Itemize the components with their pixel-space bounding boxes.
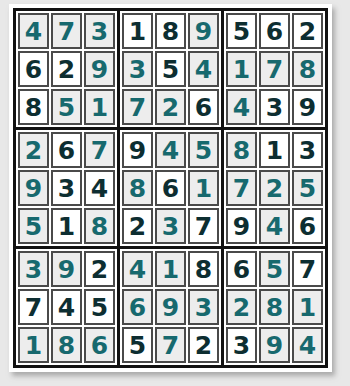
cell-r3c3[interactable]: 1 bbox=[84, 89, 115, 125]
cell-r9c4[interactable]: 5 bbox=[122, 327, 153, 363]
cell-r2c3[interactable]: 9 bbox=[84, 51, 115, 87]
cell-r8c7[interactable]: 2 bbox=[226, 289, 257, 325]
cell-r7c6[interactable]: 8 bbox=[188, 251, 219, 287]
cell-r6c2[interactable]: 1 bbox=[51, 208, 82, 244]
cell-r7c8[interactable]: 5 bbox=[259, 251, 290, 287]
box-3-3: 657281394 bbox=[224, 249, 325, 365]
sudoku-sheet: 4736298511893547265621784392679345189458… bbox=[9, 4, 332, 372]
cell-r9c6[interactable]: 2 bbox=[188, 327, 219, 363]
cell-r7c7[interactable]: 6 bbox=[226, 251, 257, 287]
cell-r1c5[interactable]: 8 bbox=[155, 13, 186, 49]
cell-r4c1[interactable]: 2 bbox=[18, 132, 49, 168]
box-2-2: 945861237 bbox=[120, 130, 221, 246]
cell-r7c9[interactable]: 7 bbox=[292, 251, 323, 287]
cell-r9c2[interactable]: 8 bbox=[51, 327, 82, 363]
box-2-3: 813725946 bbox=[224, 130, 325, 246]
cell-r5c3[interactable]: 4 bbox=[84, 170, 115, 206]
box-1-3: 562178439 bbox=[224, 11, 325, 127]
cell-r1c3[interactable]: 3 bbox=[84, 13, 115, 49]
cell-r9c3[interactable]: 6 bbox=[84, 327, 115, 363]
cell-r3c1[interactable]: 8 bbox=[18, 89, 49, 125]
cell-r7c4[interactable]: 4 bbox=[122, 251, 153, 287]
cell-r6c4[interactable]: 2 bbox=[122, 208, 153, 244]
cell-r4c4[interactable]: 9 bbox=[122, 132, 153, 168]
box-3-1: 392745186 bbox=[16, 249, 117, 365]
cell-r5c5[interactable]: 6 bbox=[155, 170, 186, 206]
cell-r9c7[interactable]: 3 bbox=[226, 327, 257, 363]
cell-r7c1[interactable]: 3 bbox=[18, 251, 49, 287]
cell-r3c9[interactable]: 9 bbox=[292, 89, 323, 125]
cell-r9c9[interactable]: 4 bbox=[292, 327, 323, 363]
cell-r4c6[interactable]: 5 bbox=[188, 132, 219, 168]
cell-r6c3[interactable]: 8 bbox=[84, 208, 115, 244]
cell-r1c8[interactable]: 6 bbox=[259, 13, 290, 49]
cell-r8c8[interactable]: 8 bbox=[259, 289, 290, 325]
cell-r4c5[interactable]: 4 bbox=[155, 132, 186, 168]
cell-r1c9[interactable]: 2 bbox=[292, 13, 323, 49]
cell-r3c4[interactable]: 7 bbox=[122, 89, 153, 125]
cell-r9c1[interactable]: 1 bbox=[18, 327, 49, 363]
cell-r2c5[interactable]: 5 bbox=[155, 51, 186, 87]
cell-r7c2[interactable]: 9 bbox=[51, 251, 82, 287]
cell-r2c9[interactable]: 8 bbox=[292, 51, 323, 87]
cell-r5c6[interactable]: 1 bbox=[188, 170, 219, 206]
cell-r1c1[interactable]: 4 bbox=[18, 13, 49, 49]
cell-r3c2[interactable]: 5 bbox=[51, 89, 82, 125]
cell-r9c5[interactable]: 7 bbox=[155, 327, 186, 363]
cell-r1c2[interactable]: 7 bbox=[51, 13, 82, 49]
cell-r4c7[interactable]: 8 bbox=[226, 132, 257, 168]
cell-r1c4[interactable]: 1 bbox=[122, 13, 153, 49]
cell-r3c5[interactable]: 2 bbox=[155, 89, 186, 125]
box-3-2: 418693572 bbox=[120, 249, 221, 365]
cell-r1c7[interactable]: 5 bbox=[226, 13, 257, 49]
cell-r6c6[interactable]: 7 bbox=[188, 208, 219, 244]
cell-r1c6[interactable]: 9 bbox=[188, 13, 219, 49]
cell-r7c3[interactable]: 2 bbox=[84, 251, 115, 287]
cell-r5c9[interactable]: 5 bbox=[292, 170, 323, 206]
cell-r6c8[interactable]: 4 bbox=[259, 208, 290, 244]
cell-r3c7[interactable]: 4 bbox=[226, 89, 257, 125]
cell-r4c3[interactable]: 7 bbox=[84, 132, 115, 168]
box-1-2: 189354726 bbox=[120, 11, 221, 127]
box-1-1: 473629851 bbox=[16, 11, 117, 127]
cell-r4c2[interactable]: 6 bbox=[51, 132, 82, 168]
box-2-1: 267934518 bbox=[16, 130, 117, 246]
sudoku-board: 4736298511893547265621784392679345189458… bbox=[13, 8, 328, 368]
cell-r5c2[interactable]: 3 bbox=[51, 170, 82, 206]
cell-r3c6[interactable]: 6 bbox=[188, 89, 219, 125]
cell-r2c7[interactable]: 1 bbox=[226, 51, 257, 87]
cell-r7c5[interactable]: 1 bbox=[155, 251, 186, 287]
cell-r8c4[interactable]: 6 bbox=[122, 289, 153, 325]
cell-r8c5[interactable]: 9 bbox=[155, 289, 186, 325]
cell-r4c9[interactable]: 3 bbox=[292, 132, 323, 168]
cell-r5c4[interactable]: 8 bbox=[122, 170, 153, 206]
cell-r5c8[interactable]: 2 bbox=[259, 170, 290, 206]
cell-r8c1[interactable]: 7 bbox=[18, 289, 49, 325]
cell-r2c1[interactable]: 6 bbox=[18, 51, 49, 87]
cell-r2c2[interactable]: 2 bbox=[51, 51, 82, 87]
cell-r3c8[interactable]: 3 bbox=[259, 89, 290, 125]
cell-r2c6[interactable]: 4 bbox=[188, 51, 219, 87]
cell-r8c2[interactable]: 4 bbox=[51, 289, 82, 325]
cell-r9c8[interactable]: 9 bbox=[259, 327, 290, 363]
cell-r4c8[interactable]: 1 bbox=[259, 132, 290, 168]
cell-r8c3[interactable]: 5 bbox=[84, 289, 115, 325]
cell-r5c1[interactable]: 9 bbox=[18, 170, 49, 206]
cell-r6c7[interactable]: 9 bbox=[226, 208, 257, 244]
cell-r6c5[interactable]: 3 bbox=[155, 208, 186, 244]
cell-r6c9[interactable]: 6 bbox=[292, 208, 323, 244]
cell-r8c9[interactable]: 1 bbox=[292, 289, 323, 325]
cell-r5c7[interactable]: 7 bbox=[226, 170, 257, 206]
cell-r2c8[interactable]: 7 bbox=[259, 51, 290, 87]
cell-r6c1[interactable]: 5 bbox=[18, 208, 49, 244]
cell-r2c4[interactable]: 3 bbox=[122, 51, 153, 87]
cell-r8c6[interactable]: 3 bbox=[188, 289, 219, 325]
